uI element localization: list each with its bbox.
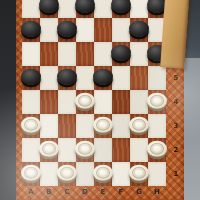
white-piece-e1[interactable] (93, 165, 113, 181)
black-piece-g7[interactable] (129, 21, 149, 37)
square-e3[interactable] (94, 114, 112, 138)
square-f7[interactable] (112, 18, 130, 42)
square-f4[interactable] (112, 90, 130, 114)
square-d3[interactable] (76, 114, 94, 138)
rank-label-3: 3 (169, 122, 183, 130)
square-f1[interactable] (112, 162, 130, 186)
square-d5[interactable] (76, 66, 94, 90)
piece-groove-ring (96, 119, 110, 131)
square-e8[interactable] (94, 0, 112, 18)
square-f5[interactable] (112, 66, 130, 90)
rank-label-4: 4 (169, 98, 183, 106)
rank-label-1: 1 (169, 170, 183, 178)
black-piece-e5[interactable] (93, 69, 113, 85)
square-b1[interactable] (40, 162, 58, 186)
square-h1[interactable] (148, 162, 166, 186)
file-label-C: C (64, 188, 69, 196)
square-h4[interactable] (148, 90, 166, 114)
square-d2[interactable] (76, 138, 94, 162)
board-edge-wood (160, 0, 190, 69)
square-d6[interactable] (76, 42, 94, 66)
square-b7[interactable] (40, 18, 58, 42)
square-b8[interactable] (40, 0, 58, 18)
board-grid (22, 0, 166, 186)
square-e7[interactable] (94, 18, 112, 42)
square-g8[interactable] (130, 0, 148, 18)
square-c8[interactable] (58, 0, 76, 18)
square-c4[interactable] (58, 90, 76, 114)
piece-groove-ring (42, 143, 56, 155)
square-a6[interactable] (22, 42, 40, 66)
piece-groove-ring (96, 167, 110, 179)
square-d7[interactable] (76, 18, 94, 42)
piece-groove-ring (24, 119, 38, 131)
piece-groove-ring (132, 119, 146, 131)
file-label-H: H (154, 188, 160, 196)
square-a5[interactable] (22, 66, 40, 90)
square-e5[interactable] (94, 66, 112, 90)
white-piece-h4[interactable] (147, 93, 167, 109)
square-d4[interactable] (76, 90, 94, 114)
piece-groove-ring (60, 167, 74, 179)
file-label-A: A (28, 188, 33, 196)
file-label-F: F (119, 188, 124, 196)
square-e6[interactable] (94, 42, 112, 66)
square-a2[interactable] (22, 138, 40, 162)
square-g1[interactable] (130, 162, 148, 186)
white-piece-d4[interactable] (75, 93, 95, 109)
square-b4[interactable] (40, 90, 58, 114)
white-piece-h2[interactable] (147, 141, 167, 157)
square-g4[interactable] (130, 90, 148, 114)
black-piece-c5[interactable] (57, 69, 77, 85)
black-piece-f8[interactable] (111, 0, 131, 13)
rank-label-5: 5 (169, 74, 183, 82)
square-h2[interactable] (148, 138, 166, 162)
white-piece-c1[interactable] (57, 165, 77, 181)
square-a8[interactable] (22, 0, 40, 18)
rank-label-2: 2 (169, 146, 183, 154)
square-c3[interactable] (58, 114, 76, 138)
square-c2[interactable] (58, 138, 76, 162)
piece-groove-ring (150, 95, 164, 107)
white-piece-a1[interactable] (21, 165, 41, 181)
piece-groove-ring (132, 167, 146, 179)
white-piece-g3[interactable] (129, 117, 149, 133)
square-e4[interactable] (94, 90, 112, 114)
square-f2[interactable] (112, 138, 130, 162)
square-f3[interactable] (112, 114, 130, 138)
square-d8[interactable] (76, 0, 94, 18)
file-label-G: G (136, 188, 142, 196)
square-h3[interactable] (148, 114, 166, 138)
black-piece-a7[interactable] (21, 21, 41, 37)
square-g3[interactable] (130, 114, 148, 138)
square-g7[interactable] (130, 18, 148, 42)
piece-groove-ring (150, 143, 164, 155)
file-label-D: D (82, 188, 88, 196)
square-e2[interactable] (94, 138, 112, 162)
square-a1[interactable] (22, 162, 40, 186)
square-c7[interactable] (58, 18, 76, 42)
white-piece-d2[interactable] (75, 141, 95, 157)
piece-groove-ring (24, 167, 38, 179)
square-d1[interactable] (76, 162, 94, 186)
square-c5[interactable] (58, 66, 76, 90)
file-label-E: E (101, 188, 106, 196)
square-g2[interactable] (130, 138, 148, 162)
piece-groove-ring (78, 95, 92, 107)
white-piece-b2[interactable] (39, 141, 59, 157)
black-piece-a5[interactable] (21, 69, 41, 85)
square-b3[interactable] (40, 114, 58, 138)
black-piece-b8[interactable] (39, 0, 59, 13)
black-piece-c7[interactable] (57, 21, 77, 37)
white-piece-g1[interactable] (129, 165, 149, 181)
black-piece-f6[interactable] (111, 45, 131, 61)
square-c1[interactable] (58, 162, 76, 186)
square-c6[interactable] (58, 42, 76, 66)
background-left (0, 0, 16, 200)
square-g6[interactable] (130, 42, 148, 66)
white-piece-a3[interactable] (21, 117, 41, 133)
checkers-board-photo: 87654321 ABCDEFGH (0, 0, 200, 200)
square-b5[interactable] (40, 66, 58, 90)
square-h5[interactable] (148, 66, 166, 90)
file-label-B: B (46, 188, 51, 196)
square-a7[interactable] (22, 18, 40, 42)
square-g5[interactable] (130, 66, 148, 90)
board-frame: 87654321 ABCDEFGH (16, 0, 184, 200)
white-piece-e3[interactable] (93, 117, 113, 133)
square-f8[interactable] (112, 0, 130, 18)
square-e1[interactable] (94, 162, 112, 186)
square-a3[interactable] (22, 114, 40, 138)
piece-groove-ring (78, 143, 92, 155)
square-f6[interactable] (112, 42, 130, 66)
black-piece-d8[interactable] (75, 0, 95, 13)
square-a4[interactable] (22, 90, 40, 114)
square-b2[interactable] (40, 138, 58, 162)
square-b6[interactable] (40, 42, 58, 66)
